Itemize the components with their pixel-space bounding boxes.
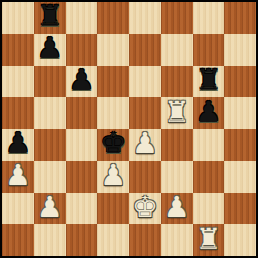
black-king[interactable]: ♚	[100, 129, 126, 158]
black-pawn[interactable]: ♟	[37, 34, 63, 63]
black-rook[interactable]: ♜	[195, 66, 221, 95]
square-e5[interactable]	[129, 97, 161, 129]
square-c2[interactable]	[66, 193, 98, 225]
chess-board: ♜♟♟♜♜♟♟♚♟♟♟♟♚♟♜	[0, 0, 258, 258]
square-g6[interactable]: ♜	[193, 66, 225, 98]
black-pawn[interactable]: ♟	[5, 129, 31, 158]
square-d8[interactable]	[97, 2, 129, 34]
white-pawn[interactable]: ♟	[5, 161, 31, 190]
square-a7[interactable]	[2, 34, 34, 66]
square-f5[interactable]: ♜	[161, 97, 193, 129]
square-d2[interactable]	[97, 193, 129, 225]
square-e2[interactable]: ♚	[129, 193, 161, 225]
square-a3[interactable]: ♟	[2, 161, 34, 193]
white-pawn[interactable]: ♟	[132, 129, 158, 158]
square-b3[interactable]	[34, 161, 66, 193]
square-h8[interactable]	[224, 2, 256, 34]
square-c5[interactable]	[66, 97, 98, 129]
square-b7[interactable]: ♟	[34, 34, 66, 66]
square-e4[interactable]: ♟	[129, 129, 161, 161]
square-h5[interactable]	[224, 97, 256, 129]
square-h6[interactable]	[224, 66, 256, 98]
square-g4[interactable]	[193, 129, 225, 161]
square-e1[interactable]	[129, 224, 161, 256]
white-pawn[interactable]: ♟	[164, 193, 190, 222]
square-g8[interactable]	[193, 2, 225, 34]
square-c1[interactable]	[66, 224, 98, 256]
square-f3[interactable]	[161, 161, 193, 193]
square-b6[interactable]	[34, 66, 66, 98]
square-f8[interactable]	[161, 2, 193, 34]
square-c3[interactable]	[66, 161, 98, 193]
black-pawn[interactable]: ♟	[68, 66, 94, 95]
square-b2[interactable]: ♟	[34, 193, 66, 225]
square-d7[interactable]	[97, 34, 129, 66]
square-d3[interactable]: ♟	[97, 161, 129, 193]
square-d5[interactable]	[97, 97, 129, 129]
square-e7[interactable]	[129, 34, 161, 66]
square-a5[interactable]	[2, 97, 34, 129]
square-a1[interactable]	[2, 224, 34, 256]
square-e6[interactable]	[129, 66, 161, 98]
square-d1[interactable]	[97, 224, 129, 256]
square-b4[interactable]	[34, 129, 66, 161]
square-h2[interactable]	[224, 193, 256, 225]
square-g5[interactable]: ♟	[193, 97, 225, 129]
square-g3[interactable]	[193, 161, 225, 193]
black-rook[interactable]: ♜	[37, 2, 63, 31]
square-c7[interactable]	[66, 34, 98, 66]
square-g2[interactable]	[193, 193, 225, 225]
square-e8[interactable]	[129, 2, 161, 34]
square-c8[interactable]	[66, 2, 98, 34]
white-king[interactable]: ♚	[132, 193, 158, 222]
square-b1[interactable]	[34, 224, 66, 256]
square-f1[interactable]	[161, 224, 193, 256]
white-pawn[interactable]: ♟	[100, 161, 126, 190]
square-c6[interactable]: ♟	[66, 66, 98, 98]
square-h1[interactable]	[224, 224, 256, 256]
square-f7[interactable]	[161, 34, 193, 66]
square-d6[interactable]	[97, 66, 129, 98]
square-a6[interactable]	[2, 66, 34, 98]
square-h7[interactable]	[224, 34, 256, 66]
square-d4[interactable]: ♚	[97, 129, 129, 161]
square-b5[interactable]	[34, 97, 66, 129]
white-rook[interactable]: ♜	[195, 225, 221, 254]
square-g1[interactable]: ♜	[193, 224, 225, 256]
square-c4[interactable]	[66, 129, 98, 161]
square-b8[interactable]: ♜	[34, 2, 66, 34]
square-f6[interactable]	[161, 66, 193, 98]
square-a4[interactable]: ♟	[2, 129, 34, 161]
square-h4[interactable]	[224, 129, 256, 161]
square-g7[interactable]	[193, 34, 225, 66]
white-pawn[interactable]: ♟	[37, 193, 63, 222]
white-rook[interactable]: ♜	[164, 98, 190, 127]
square-a8[interactable]	[2, 2, 34, 34]
square-f4[interactable]	[161, 129, 193, 161]
square-e3[interactable]	[129, 161, 161, 193]
square-a2[interactable]	[2, 193, 34, 225]
black-pawn[interactable]: ♟	[195, 98, 221, 127]
square-f2[interactable]: ♟	[161, 193, 193, 225]
square-h3[interactable]	[224, 161, 256, 193]
